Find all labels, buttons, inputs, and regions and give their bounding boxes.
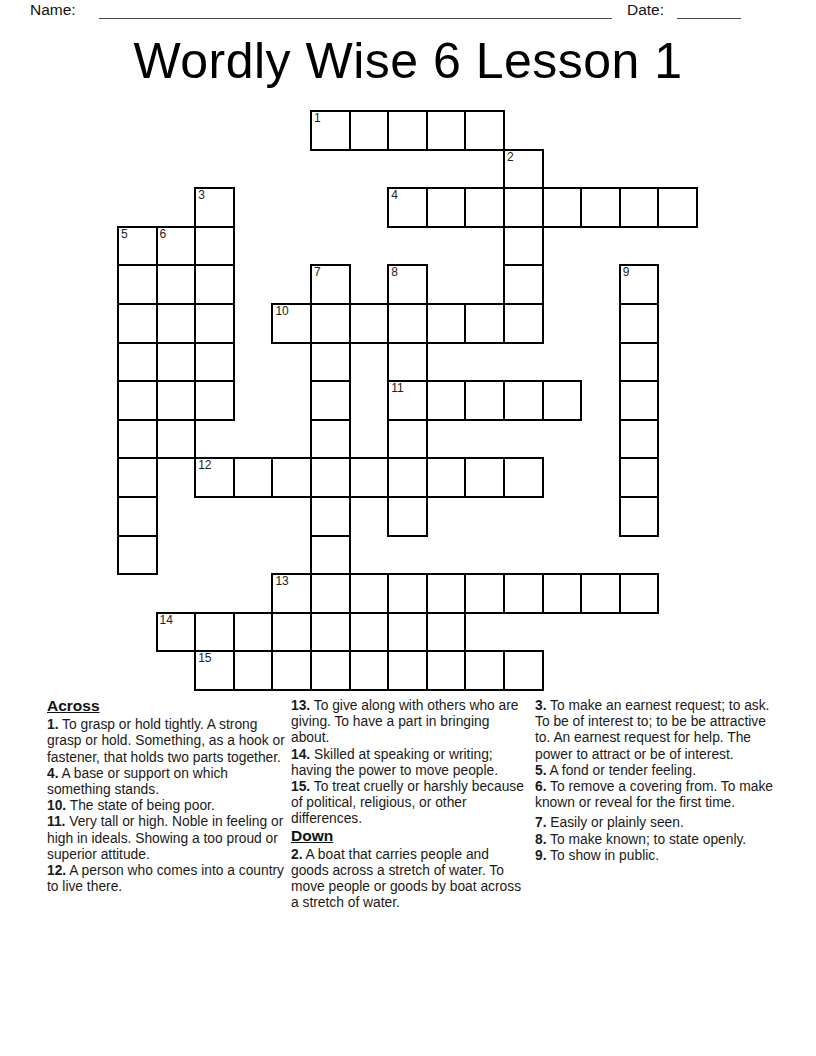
grid-cell-r7c9[interactable] <box>464 380 505 421</box>
grid-cell-r13c2[interactable] <box>194 612 235 653</box>
grid-cell-r14c9[interactable] <box>464 650 505 691</box>
grid-cell-r2c14[interactable] <box>657 187 698 228</box>
clue-column-3: 3. To make an earnest request; to ask. T… <box>535 698 773 912</box>
grid-cell-r9c4[interactable] <box>271 457 312 498</box>
clue-number-10: 10 <box>275 305 288 318</box>
grid-cell-r5c8[interactable] <box>426 303 467 344</box>
grid-cell-r1c10[interactable]: 2 <box>503 149 544 190</box>
clue-number-9: 9 <box>623 266 630 279</box>
grid-cell-r6c13[interactable] <box>619 342 660 383</box>
clue-column-2: 13. To give along with others who are gi… <box>291 698 529 912</box>
grid-cell-r8c1[interactable] <box>156 419 197 460</box>
grid-cell-r13c1[interactable]: 14 <box>156 612 197 653</box>
clue-across-14: 14. Skilled at speaking or writing; havi… <box>291 747 529 779</box>
grid-cell-r0c8[interactable] <box>426 110 467 151</box>
grid-cell-r5c7[interactable] <box>387 303 428 344</box>
grid-cell-r9c13[interactable] <box>619 457 660 498</box>
grid-cell-r14c7[interactable] <box>387 650 428 691</box>
clue-number-4: 4 <box>391 189 398 202</box>
grid-cell-r11c5[interactable] <box>310 535 351 576</box>
clue-number-2: 2 <box>507 151 514 164</box>
grid-cell-r2c2[interactable]: 3 <box>194 187 235 228</box>
date-label: Date: <box>627 1 664 19</box>
clue-text: A boat that carries people and goods acr… <box>291 847 521 911</box>
grid-cell-r10c7[interactable] <box>387 496 428 537</box>
clue-down-3: 3. To make an earnest request; to ask. T… <box>535 698 773 763</box>
clue-column-1: Across1. To grasp or hold tightly. A str… <box>47 698 285 912</box>
clue-text: To grasp or hold tightly. A strong grasp… <box>47 717 285 764</box>
clue-text: To give along with others who are giving… <box>291 698 519 745</box>
grid-cell-r10c0[interactable] <box>117 496 158 537</box>
grid-cell-r14c10[interactable] <box>503 650 544 691</box>
grid-cell-r12c5[interactable] <box>310 573 351 614</box>
clue-text: A base or support on which something sta… <box>47 766 228 797</box>
grid-cell-r4c13[interactable]: 9 <box>619 264 660 305</box>
grid-cell-r8c13[interactable] <box>619 419 660 460</box>
clue-across-15: 15. To treat cruelly or harshly because … <box>291 779 529 828</box>
grid-cell-r2c9[interactable] <box>464 187 505 228</box>
clue-text: To show in public. <box>547 848 659 863</box>
clue-number-label: 3. <box>535 698 547 713</box>
grid-cell-r6c7[interactable] <box>387 342 428 383</box>
across-heading: Across <box>47 698 285 714</box>
grid-cell-r2c8[interactable] <box>426 187 467 228</box>
clue-text: To make an earnest request; to ask. To b… <box>535 698 769 762</box>
clue-across-13: 13. To give along with others who are gi… <box>291 698 529 747</box>
clue-across-1: 1. To grasp or hold tightly. A strong gr… <box>47 717 285 766</box>
grid-cell-r12c9[interactable] <box>464 573 505 614</box>
clue-number-label: 15. <box>291 779 310 794</box>
grid-cell-r4c2[interactable] <box>194 264 235 305</box>
grid-cell-r9c0[interactable] <box>117 457 158 498</box>
clue-text: To treat cruelly or harshly because of p… <box>291 779 524 826</box>
grid-cell-r9c7[interactable] <box>387 457 428 498</box>
grid-cell-r5c6[interactable] <box>349 303 390 344</box>
grid-cell-r14c5[interactable] <box>310 650 351 691</box>
grid-cell-r3c10[interactable] <box>503 226 544 267</box>
grid-cell-r12c12[interactable] <box>580 573 621 614</box>
grid-cell-r3c1[interactable]: 6 <box>156 226 197 267</box>
grid-cell-r6c1[interactable] <box>156 342 197 383</box>
header-row: Name: Date: <box>0 0 816 24</box>
grid-cell-r14c2[interactable]: 15 <box>194 650 235 691</box>
clue-across-11: 11. Very tall or high. Noble in feeling … <box>47 814 285 863</box>
clue-text: The state of being poor. <box>66 798 215 813</box>
grid-cell-r10c13[interactable] <box>619 496 660 537</box>
page-title: Wordly Wise 6 Lesson 1 <box>0 33 816 89</box>
clue-down-9: 9. To show in public. <box>535 848 773 864</box>
clue-text: A person who comes into a country to liv… <box>47 863 284 894</box>
grid-cell-r5c0[interactable] <box>117 303 158 344</box>
grid-cell-r2c7[interactable]: 4 <box>387 187 428 228</box>
clue-down-6: 6. To remove a covering from. To make kn… <box>535 779 773 811</box>
grid-cell-r5c13[interactable] <box>619 303 660 344</box>
clue-number-label: 14. <box>291 747 310 762</box>
clue-number-label: 7. <box>535 815 547 830</box>
grid-cell-r13c5[interactable] <box>310 612 351 653</box>
clue-number-5: 5 <box>121 228 128 241</box>
grid-cell-r13c6[interactable] <box>349 612 390 653</box>
date-blank-line[interactable] <box>677 0 741 19</box>
grid-cell-r9c2[interactable]: 12 <box>194 457 235 498</box>
grid-cell-r12c13[interactable] <box>619 573 660 614</box>
grid-cell-r5c4[interactable]: 10 <box>271 303 312 344</box>
clue-number-label: 10. <box>47 798 66 813</box>
grid-cell-r5c1[interactable] <box>156 303 197 344</box>
grid-cell-r9c9[interactable] <box>464 457 505 498</box>
grid-cell-r12c6[interactable] <box>349 573 390 614</box>
grid-cell-r5c2[interactable] <box>194 303 235 344</box>
grid-cell-r4c10[interactable] <box>503 264 544 305</box>
grid-cell-r8c5[interactable] <box>310 419 351 460</box>
grid-cell-r10c5[interactable] <box>310 496 351 537</box>
clue-down-7: 7. Easily or plainly seen. <box>535 815 773 831</box>
grid-cell-r8c7[interactable] <box>387 419 428 460</box>
clue-text: To remove a covering from. To make known… <box>535 779 773 810</box>
name-blank-line[interactable] <box>99 0 612 19</box>
clue-number-label: 12. <box>47 863 66 878</box>
clue-text: Easily or plainly seen. <box>547 815 684 830</box>
grid-cell-r0c9[interactable] <box>464 110 505 151</box>
grid-cell-r4c1[interactable] <box>156 264 197 305</box>
clue-across-12: 12. A person who comes into a country to… <box>47 863 285 895</box>
clue-down-2: 2. A boat that carries people and goods … <box>291 847 529 912</box>
grid-cell-r0c7[interactable] <box>387 110 428 151</box>
grid-cell-r12c7[interactable] <box>387 573 428 614</box>
clue-number-label: 1. <box>47 717 59 732</box>
grid-cell-r8c0[interactable] <box>117 419 158 460</box>
clue-number-3: 3 <box>198 189 205 202</box>
grid-cell-r4c0[interactable] <box>117 264 158 305</box>
clue-text: To make known; to state openly. <box>547 832 747 847</box>
clue-number-12: 12 <box>198 459 211 472</box>
grid-cell-r9c3[interactable] <box>233 457 274 498</box>
grid-cell-r7c1[interactable] <box>156 380 197 421</box>
grid-cell-r6c0[interactable] <box>117 342 158 383</box>
grid-cell-r7c0[interactable] <box>117 380 158 421</box>
clue-number-label: 13. <box>291 698 310 713</box>
grid-cell-r14c8[interactable] <box>426 650 467 691</box>
grid-cell-r9c6[interactable] <box>349 457 390 498</box>
clue-across-4: 4. A base or support on which something … <box>47 766 285 798</box>
clue-number-8: 8 <box>391 266 398 279</box>
clue-number-label: 6. <box>535 779 547 794</box>
grid-cell-r2c13[interactable] <box>619 187 660 228</box>
clue-number-7: 7 <box>314 266 321 279</box>
grid-cell-r6c5[interactable] <box>310 342 351 383</box>
grid-cell-r7c11[interactable] <box>542 380 583 421</box>
worksheet-page: { "header": { "name_label": "Name:", "da… <box>0 0 816 1056</box>
grid-cell-r3c2[interactable] <box>194 226 235 267</box>
grid-cell-r7c8[interactable] <box>426 380 467 421</box>
down-heading: Down <box>291 828 529 844</box>
grid-cell-r12c11[interactable] <box>542 573 583 614</box>
clue-number-14: 14 <box>160 614 173 627</box>
clue-number-label: 8. <box>535 832 547 847</box>
clue-down-5: 5. A fond or tender feeling. <box>535 763 773 779</box>
grid-cell-r7c13[interactable] <box>619 380 660 421</box>
grid-cell-r0c6[interactable] <box>349 110 390 151</box>
grid-cell-r13c3[interactable] <box>233 612 274 653</box>
grid-cell-r0c5[interactable]: 1 <box>310 110 351 151</box>
clues-section: Across1. To grasp or hold tightly. A str… <box>47 698 773 912</box>
crossword-grid: 123456789101112131415 <box>118 111 698 690</box>
grid-cell-r14c6[interactable] <box>349 650 390 691</box>
grid-cell-r9c5[interactable] <box>310 457 351 498</box>
clue-text: Skilled at speaking or writing; having t… <box>291 747 498 778</box>
grid-cell-r5c9[interactable] <box>464 303 505 344</box>
grid-cell-r13c8[interactable] <box>426 612 467 653</box>
clue-number-15: 15 <box>198 652 211 665</box>
grid-cell-r13c4[interactable] <box>271 612 312 653</box>
grid-cell-r5c5[interactable] <box>310 303 351 344</box>
clue-down-8: 8. To make known; to state openly. <box>535 832 773 848</box>
clue-text: Very tall or high. Noble in feeling or h… <box>47 814 283 861</box>
grid-cell-r4c7[interactable]: 8 <box>387 264 428 305</box>
grid-cell-r12c4[interactable]: 13 <box>271 573 312 614</box>
grid-cell-r2c10[interactable] <box>503 187 544 228</box>
clue-number-label: 2. <box>291 847 303 862</box>
grid-cell-r4c5[interactable]: 7 <box>310 264 351 305</box>
grid-cell-r14c4[interactable] <box>271 650 312 691</box>
grid-cell-r9c8[interactable] <box>426 457 467 498</box>
name-label: Name: <box>30 1 76 19</box>
clue-number-6: 6 <box>160 228 167 241</box>
clue-number-13: 13 <box>275 575 288 588</box>
grid-cell-r12c10[interactable] <box>503 573 544 614</box>
clue-across-10: 10. The state of being poor. <box>47 798 285 814</box>
grid-cell-r2c11[interactable] <box>542 187 583 228</box>
clue-number-label: 5. <box>535 763 547 778</box>
grid-cell-r11c0[interactable] <box>117 535 158 576</box>
clue-text: A fond or tender feeling. <box>547 763 697 778</box>
grid-cell-r3c0[interactable]: 5 <box>117 226 158 267</box>
clue-number-label: 11. <box>47 814 65 829</box>
grid-cell-r7c7[interactable]: 11 <box>387 380 428 421</box>
grid-cell-r12c8[interactable] <box>426 573 467 614</box>
clue-number-11: 11 <box>391 382 403 395</box>
grid-cell-r14c3[interactable] <box>233 650 274 691</box>
grid-cell-r5c10[interactable] <box>503 303 544 344</box>
clue-number-1: 1 <box>314 112 321 125</box>
grid-cell-r7c2[interactable] <box>194 380 235 421</box>
grid-cell-r7c10[interactable] <box>503 380 544 421</box>
grid-cell-r13c7[interactable] <box>387 612 428 653</box>
grid-cell-r2c12[interactable] <box>580 187 621 228</box>
clue-number-label: 9. <box>535 848 547 863</box>
clue-number-label: 4. <box>47 766 59 781</box>
grid-cell-r6c2[interactable] <box>194 342 235 383</box>
grid-cell-r7c5[interactable] <box>310 380 351 421</box>
grid-cell-r9c10[interactable] <box>503 457 544 498</box>
